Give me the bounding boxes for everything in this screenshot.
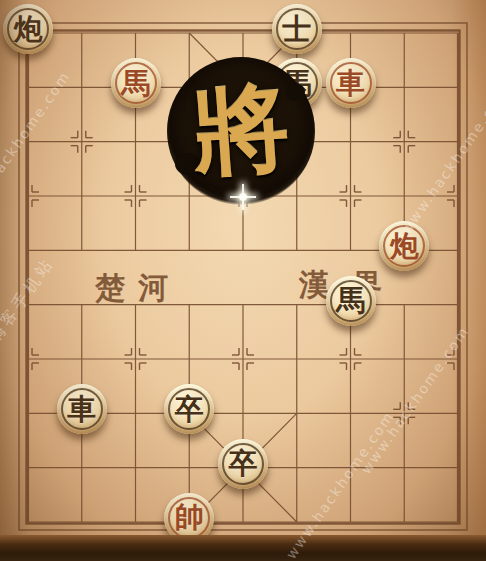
red-chariot[interactable]: 車 (326, 58, 376, 108)
check-stamp: 將 (167, 57, 315, 205)
check-stamp-character: 將 (190, 80, 292, 182)
piece-character: 士 (282, 15, 311, 44)
piece-character: 馬 (336, 286, 365, 315)
piece-character: 卒 (175, 395, 204, 424)
piece-character: 車 (67, 395, 96, 424)
black-chariot[interactable]: 車 (57, 384, 107, 434)
piece-character: 帥 (175, 503, 204, 532)
xiangqi-board[interactable]: 楚河 漢界 炮士馬馬車將炮馬車卒卒帥 將 www.hackhome.com嗨客手… (0, 0, 486, 561)
river-label-left: 楚河 (95, 268, 181, 309)
black-advisor[interactable]: 士 (272, 4, 322, 54)
piece-character: 炮 (14, 15, 43, 44)
black-cannon[interactable]: 炮 (3, 4, 53, 54)
piece-character: 馬 (121, 69, 150, 98)
black-horse[interactable]: 馬 (326, 276, 376, 326)
black-soldier[interactable]: 卒 (218, 439, 268, 489)
red-horse[interactable]: 馬 (111, 58, 161, 108)
piece-character: 車 (336, 69, 365, 98)
piece-character: 卒 (229, 449, 258, 478)
table-edge (0, 535, 486, 561)
piece-character: 炮 (390, 232, 419, 261)
